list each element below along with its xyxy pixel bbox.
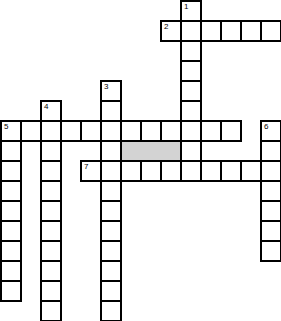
shaded-block bbox=[120, 140, 182, 162]
grid-cell[interactable] bbox=[0, 240, 22, 262]
grid-cell[interactable] bbox=[220, 120, 242, 142]
grid-cell[interactable] bbox=[40, 260, 62, 282]
grid-cell[interactable] bbox=[200, 120, 222, 142]
grid-cell[interactable] bbox=[100, 180, 122, 202]
grid-cell[interactable] bbox=[100, 280, 122, 302]
crossword-board: 1234567 bbox=[0, 0, 281, 321]
clue-number: 4 bbox=[44, 102, 48, 111]
grid-cell[interactable] bbox=[0, 140, 22, 162]
grid-cell[interactable] bbox=[180, 80, 202, 102]
crossword-grid: 1234567 bbox=[0, 0, 281, 321]
grid-cell[interactable] bbox=[260, 20, 281, 42]
grid-cell[interactable] bbox=[100, 300, 122, 321]
grid-cell[interactable] bbox=[100, 240, 122, 262]
grid-cell[interactable] bbox=[0, 280, 22, 302]
grid-cell[interactable] bbox=[40, 140, 62, 162]
grid-cell[interactable] bbox=[100, 200, 122, 222]
grid-cell[interactable] bbox=[180, 160, 202, 182]
grid-cell[interactable]: 1 bbox=[180, 0, 202, 22]
grid-cell[interactable] bbox=[120, 160, 142, 182]
grid-cell[interactable] bbox=[180, 40, 202, 62]
grid-cell[interactable] bbox=[40, 240, 62, 262]
grid-cell[interactable]: 6 bbox=[260, 120, 281, 142]
grid-cell[interactable]: 2 bbox=[160, 20, 182, 42]
grid-cell[interactable] bbox=[120, 120, 142, 142]
grid-cell[interactable] bbox=[260, 160, 281, 182]
grid-cell[interactable] bbox=[40, 200, 62, 222]
grid-cell[interactable] bbox=[240, 160, 262, 182]
grid-cell[interactable] bbox=[260, 180, 281, 202]
grid-cell[interactable] bbox=[40, 120, 62, 142]
grid-cell[interactable] bbox=[180, 20, 202, 42]
grid-cell[interactable] bbox=[60, 120, 82, 142]
grid-cell[interactable] bbox=[100, 120, 122, 142]
clue-number: 6 bbox=[264, 122, 268, 131]
grid-cell[interactable] bbox=[160, 160, 182, 182]
grid-cell[interactable] bbox=[260, 240, 281, 262]
grid-cell[interactable]: 7 bbox=[80, 160, 102, 182]
grid-cell[interactable] bbox=[200, 20, 222, 42]
grid-cell[interactable] bbox=[260, 220, 281, 242]
grid-cell[interactable] bbox=[0, 200, 22, 222]
grid-cell[interactable] bbox=[0, 180, 22, 202]
grid-cell[interactable] bbox=[180, 140, 202, 162]
grid-cell[interactable] bbox=[160, 120, 182, 142]
grid-cell[interactable] bbox=[100, 260, 122, 282]
grid-cell[interactable] bbox=[40, 300, 62, 321]
grid-cell[interactable] bbox=[180, 60, 202, 82]
grid-cell[interactable] bbox=[40, 220, 62, 242]
clue-number: 7 bbox=[84, 162, 88, 171]
grid-cell[interactable] bbox=[140, 120, 162, 142]
clue-number: 3 bbox=[104, 82, 108, 91]
grid-cell[interactable] bbox=[100, 160, 122, 182]
clue-number: 2 bbox=[164, 22, 168, 31]
grid-cell[interactable] bbox=[180, 120, 202, 142]
grid-cell[interactable] bbox=[260, 200, 281, 222]
grid-cell[interactable] bbox=[40, 180, 62, 202]
grid-cell[interactable] bbox=[100, 140, 122, 162]
grid-cell[interactable] bbox=[200, 160, 222, 182]
grid-cell[interactable] bbox=[0, 160, 22, 182]
grid-cell[interactable] bbox=[40, 160, 62, 182]
grid-cell[interactable] bbox=[220, 20, 242, 42]
grid-cell[interactable]: 4 bbox=[40, 100, 62, 122]
grid-cell[interactable] bbox=[220, 160, 242, 182]
grid-cell[interactable] bbox=[40, 280, 62, 302]
grid-cell[interactable]: 5 bbox=[0, 120, 22, 142]
grid-cell[interactable] bbox=[240, 20, 262, 42]
grid-cell[interactable] bbox=[80, 120, 102, 142]
clue-number: 5 bbox=[4, 122, 8, 131]
grid-cell[interactable] bbox=[0, 260, 22, 282]
grid-cell[interactable] bbox=[0, 220, 22, 242]
grid-cell[interactable] bbox=[180, 100, 202, 122]
grid-cell[interactable] bbox=[100, 100, 122, 122]
grid-cell[interactable] bbox=[260, 140, 281, 162]
grid-cell[interactable]: 3 bbox=[100, 80, 122, 102]
grid-cell[interactable] bbox=[140, 160, 162, 182]
grid-cell[interactable] bbox=[20, 120, 42, 142]
grid-cell[interactable] bbox=[100, 220, 122, 242]
clue-number: 1 bbox=[184, 2, 188, 11]
